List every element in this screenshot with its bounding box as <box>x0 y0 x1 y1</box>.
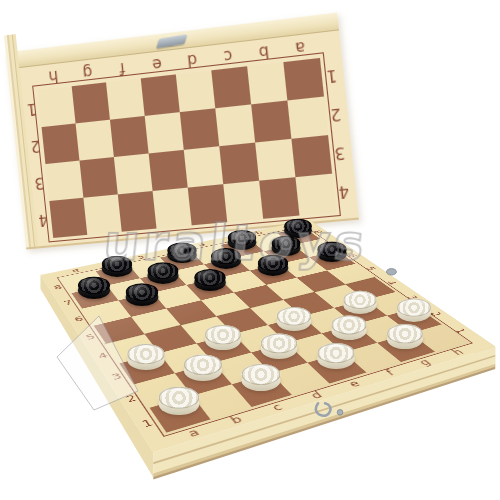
checker-side <box>242 370 281 391</box>
checker-top <box>284 219 312 234</box>
checker-side <box>205 330 241 350</box>
checker-white-g3 <box>343 291 376 314</box>
checker-black-b6 <box>125 284 158 307</box>
checker-side <box>331 321 366 340</box>
checker-top <box>147 262 178 279</box>
checker-side <box>388 330 424 350</box>
checker-top <box>167 242 197 258</box>
checker-top <box>227 230 256 246</box>
checker-top <box>388 324 424 344</box>
checker-side <box>128 350 165 370</box>
checker-top <box>318 343 355 363</box>
checker-side <box>227 234 256 250</box>
checker-top <box>317 242 347 258</box>
checker-white-a1 <box>159 387 200 415</box>
checker-side <box>211 253 241 269</box>
checker-top <box>260 334 297 354</box>
checker-white-e1 <box>318 343 355 369</box>
checker-white-g1 <box>388 324 424 349</box>
checker-top <box>78 276 110 294</box>
checker-top <box>397 298 431 316</box>
checker-side <box>284 223 312 238</box>
checker-side <box>343 296 376 314</box>
checker-side <box>318 349 355 369</box>
checker-top <box>184 354 222 375</box>
checker-top <box>125 284 158 302</box>
checker-top <box>277 307 312 326</box>
checker-top <box>257 255 288 272</box>
checker-white-f2 <box>331 315 366 340</box>
pieces-layer <box>0 0 500 500</box>
checker-top <box>205 325 241 345</box>
checker-side <box>159 393 200 415</box>
checker-black-h6 <box>317 242 347 263</box>
checker-side <box>184 360 222 381</box>
checker-white-e3 <box>277 307 312 331</box>
checker-top <box>159 387 200 409</box>
checker-side <box>277 312 312 331</box>
checker-side <box>102 260 133 277</box>
checker-side <box>397 303 431 321</box>
checker-white-h2 <box>397 298 431 322</box>
checker-top <box>343 291 376 309</box>
checker-side <box>260 340 297 360</box>
checker-top <box>242 364 281 385</box>
checker-black-g7 <box>272 236 301 256</box>
product-photo-stage: 44332211abcdefgh aabbccddeeffgghh1122334… <box>0 0 500 500</box>
checker-white-d2 <box>260 334 297 360</box>
checker-black-b8 <box>102 255 133 276</box>
checker-black-e7 <box>211 248 241 269</box>
checker-black-f8 <box>227 230 256 250</box>
checker-black-f6 <box>257 255 288 276</box>
checker-side <box>125 289 158 307</box>
checker-top <box>211 248 241 264</box>
open-checkers-board-scene: aabbccddeeffgghh1122334455667788 <box>0 0 500 500</box>
checker-top <box>331 315 366 334</box>
checker-black-d8 <box>167 242 197 263</box>
checker-side <box>272 240 301 256</box>
checker-black-a7 <box>78 276 110 298</box>
checker-side <box>78 281 110 299</box>
checker-top <box>272 236 301 252</box>
checker-side <box>257 259 288 276</box>
checker-black-h8 <box>284 219 312 238</box>
checker-side <box>167 247 197 263</box>
checker-black-d6 <box>194 269 226 291</box>
checker-side <box>147 267 178 284</box>
checker-side <box>317 246 347 262</box>
checker-black-c7 <box>147 262 178 284</box>
checker-top <box>102 255 133 272</box>
checker-top <box>194 269 226 286</box>
checker-white-c1 <box>242 364 281 391</box>
checker-white-c3 <box>205 325 241 350</box>
checker-side <box>194 273 226 290</box>
checker-white-a3 <box>128 344 165 370</box>
checker-white-b2 <box>184 354 222 381</box>
checker-top <box>128 344 165 364</box>
